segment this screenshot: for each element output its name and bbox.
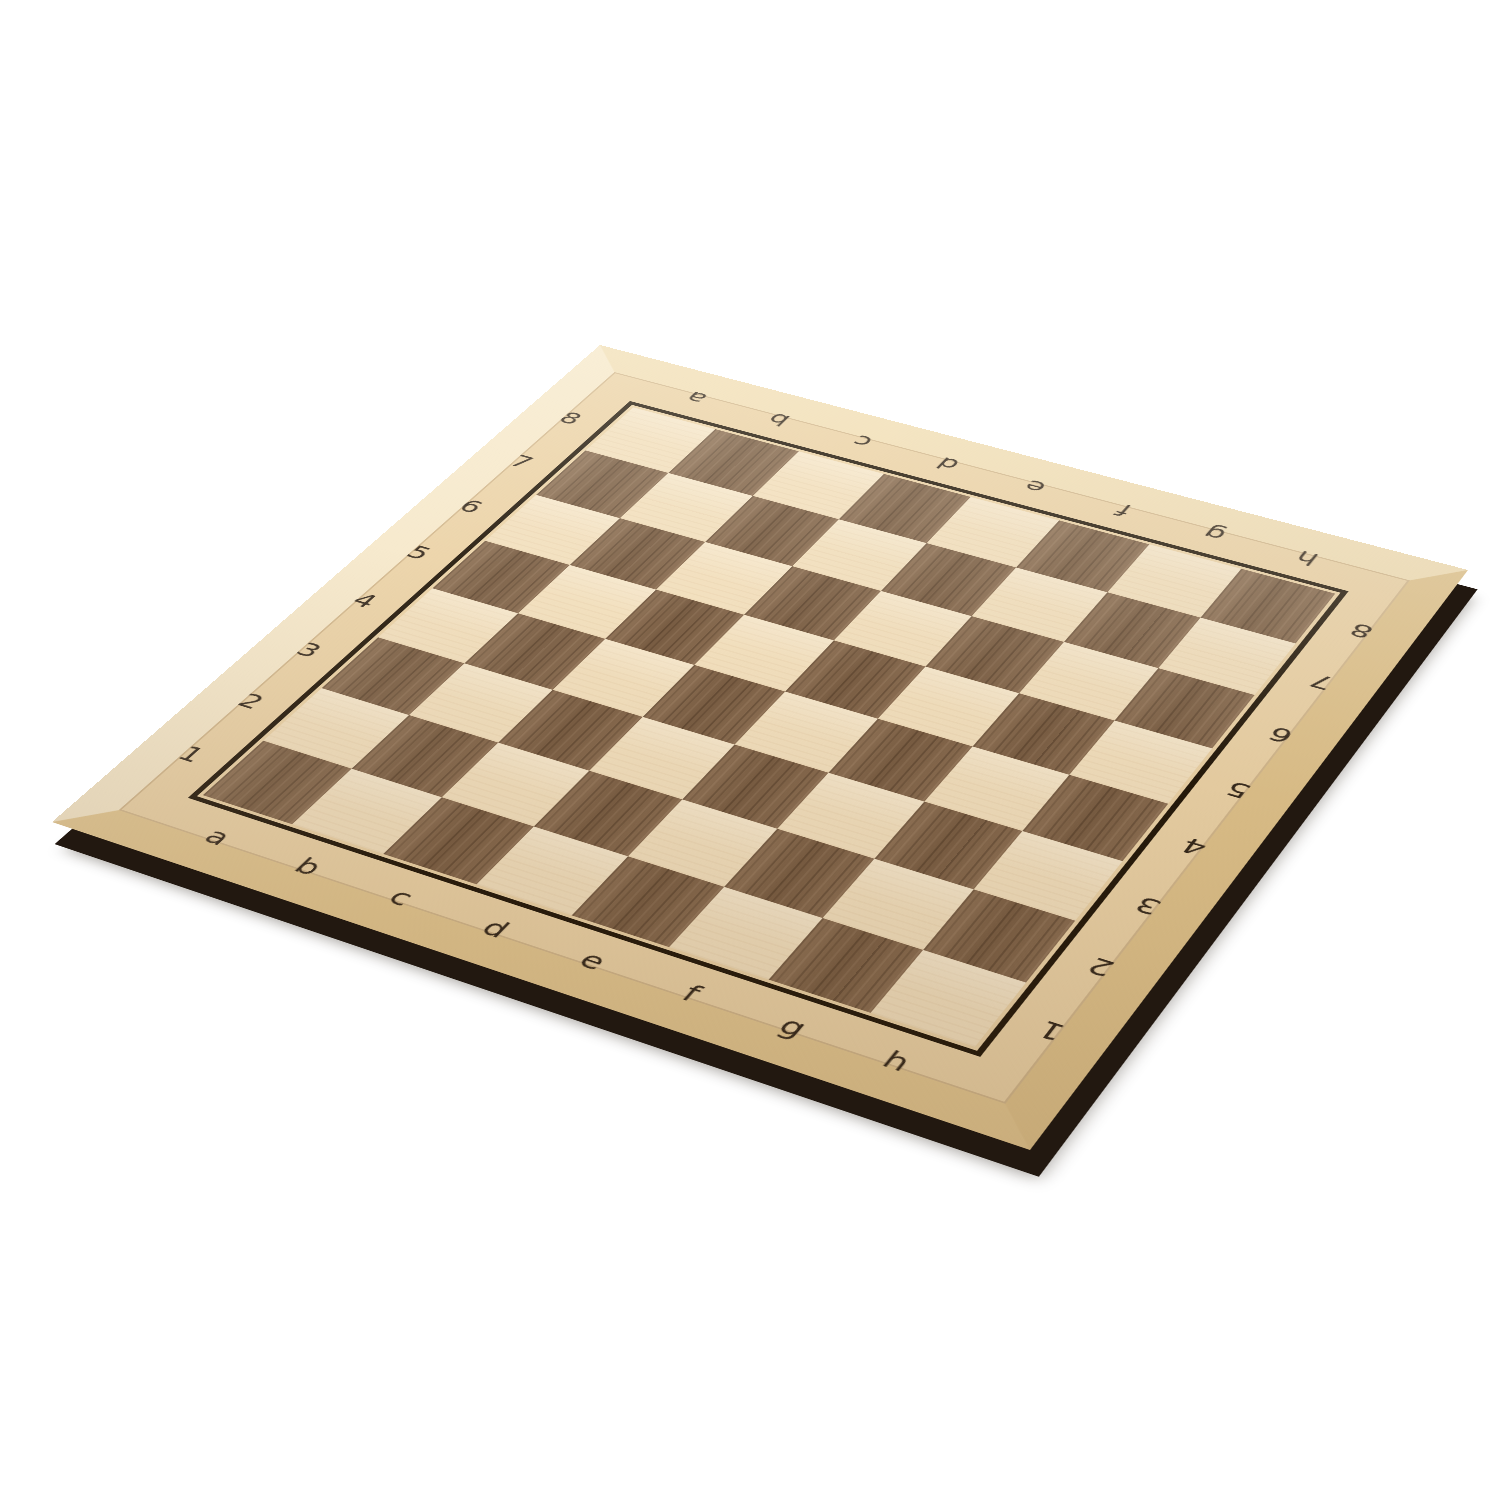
rank-label-2-right: 2 xyxy=(1082,954,1119,981)
file-label-b-bottom: b xyxy=(289,854,327,879)
rank-label-6-right: 6 xyxy=(1264,723,1298,746)
rank-label-1-left: 1 xyxy=(173,743,210,766)
file-label-d-top: d xyxy=(932,454,963,473)
file-label-e-top: e xyxy=(1020,477,1051,496)
file-label-b-top: b xyxy=(763,410,794,428)
file-label-h-top: h xyxy=(1291,548,1322,568)
file-label-d-bottom: d xyxy=(477,916,515,942)
rank-label-3-left: 3 xyxy=(291,639,327,660)
rank-label-8-right: 8 xyxy=(1346,620,1378,641)
product-photo-scene: aa11bb22cc33dd44ee55ff66gg77hh88 xyxy=(0,0,1500,1500)
file-label-c-bottom: c xyxy=(383,885,419,909)
rank-label-6-left: 6 xyxy=(454,497,487,516)
rank-label-2-left: 2 xyxy=(233,690,269,712)
rank-label-3-right: 3 xyxy=(1130,893,1166,919)
rank-label-7-right: 7 xyxy=(1305,671,1338,693)
file-label-h-bottom: h xyxy=(878,1047,917,1075)
rank-label-4-left: 4 xyxy=(347,590,382,611)
board-field xyxy=(203,407,1335,1046)
rank-label-4-right: 4 xyxy=(1177,834,1212,859)
chess-board: aa11bb22cc33dd44ee55ff66gg77hh88 xyxy=(52,345,1468,1150)
rank-label-1-right: 1 xyxy=(1032,1017,1070,1045)
file-label-a-top: a xyxy=(681,389,712,407)
file-label-c-top: c xyxy=(848,433,877,451)
file-label-g-bottom: g xyxy=(774,1013,813,1041)
file-label-a-bottom: a xyxy=(199,825,236,849)
rank-label-8-left: 8 xyxy=(555,409,587,427)
file-label-f-top: f xyxy=(1112,501,1135,518)
file-label-g-top: g xyxy=(1199,524,1230,544)
rank-label-5-left: 5 xyxy=(402,543,436,563)
file-label-e-bottom: e xyxy=(574,948,612,974)
rank-label-5-right: 5 xyxy=(1221,778,1255,802)
file-label-f-bottom: f xyxy=(677,981,706,1005)
rank-label-7-left: 7 xyxy=(505,452,538,471)
